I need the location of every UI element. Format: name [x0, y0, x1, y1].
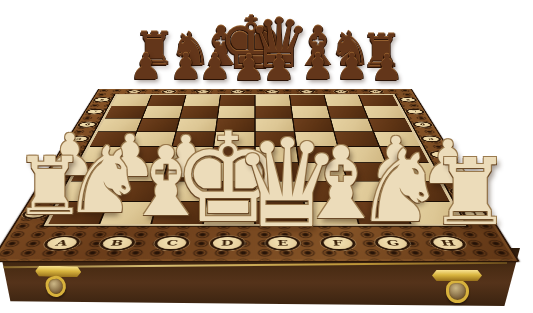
square-a8[interactable]: [112, 95, 151, 106]
file-label-g: G: [334, 90, 350, 94]
rank-label-8: 8: [92, 97, 112, 102]
right-clasp[interactable]: [432, 270, 482, 303]
square-f8[interactable]: [290, 95, 326, 106]
square-a7[interactable]: [105, 106, 146, 118]
clasp-plate-icon: [432, 270, 482, 281]
white-rook-h1[interactable]: ♜: [429, 147, 511, 239]
clasp-ring-icon: [446, 280, 469, 303]
rank-label-8: 8: [398, 97, 418, 102]
clasp-ring-icon: [44, 274, 68, 299]
file-label-d: D: [230, 90, 245, 94]
file-label-e: E: [265, 90, 280, 94]
square-g8[interactable]: [325, 95, 363, 106]
file-label-f: F: [299, 90, 314, 94]
rank-label-7: 7: [404, 109, 425, 114]
square-h7[interactable]: [364, 106, 405, 118]
dark-pawn-b7[interactable]: ♟: [170, 49, 202, 85]
dark-pawn-h7[interactable]: ♟: [371, 50, 403, 86]
dark-pawn-e7[interactable]: ♟: [263, 50, 295, 86]
dark-pawn-f7[interactable]: ♟: [302, 49, 334, 85]
file-label-a: A: [41, 236, 83, 251]
dark-pawn-g7[interactable]: ♟: [336, 49, 368, 85]
file-label-b: B: [161, 90, 177, 94]
rank-label-7: 7: [84, 109, 105, 114]
dark-pawn-d7[interactable]: ♟: [233, 50, 265, 86]
chess-set-photo: ABCDEFGH ABCDEFGH 87654321 87654321 ♜♞♝♚…: [0, 0, 533, 313]
square-d8[interactable]: [220, 95, 255, 106]
dark-pawn-a7[interactable]: ♟: [130, 49, 162, 85]
square-e8[interactable]: [256, 95, 291, 106]
square-c8[interactable]: [184, 95, 220, 106]
top-coordinate-border: ABCDEFGH: [116, 89, 394, 93]
left-clasp[interactable]: [34, 266, 83, 298]
dark-pawn-c7[interactable]: ♟: [199, 49, 231, 85]
white-queen-e1[interactable]: ♛: [232, 123, 341, 245]
square-h8[interactable]: [359, 95, 398, 106]
white-rook-a1[interactable]: ♜: [14, 147, 86, 227]
file-label-a: A: [126, 90, 142, 94]
file-label-h: H: [368, 90, 384, 94]
file-label-c: C: [196, 90, 211, 94]
square-b8[interactable]: [148, 95, 186, 106]
